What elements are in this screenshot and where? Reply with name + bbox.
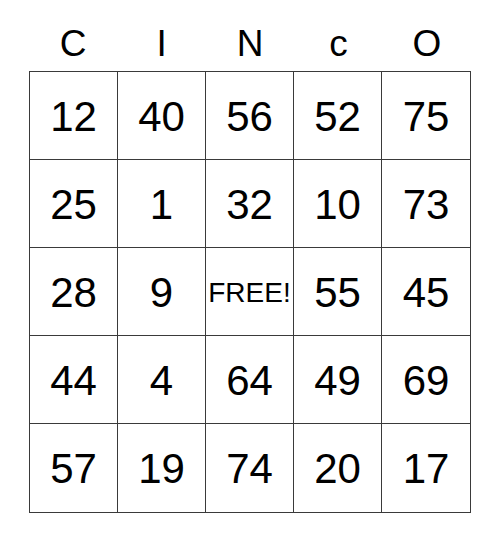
bingo-cell-r4-c1[interactable]: 44	[30, 336, 118, 424]
bingo-cell-r5-c4[interactable]: 20	[294, 424, 382, 512]
bingo-cell-r2-c3[interactable]: 32	[206, 160, 294, 248]
bingo-cell-r2-c5[interactable]: 73	[382, 160, 470, 248]
bingo-card: C I N c O 12 40 56 52 75 25 1 32 10 73 2…	[29, 0, 471, 513]
bingo-cell-r4-c5[interactable]: 69	[382, 336, 470, 424]
col-5-letter: O	[383, 25, 471, 71]
bingo-cell-r2-c2[interactable]: 1	[118, 160, 206, 248]
bingo-header-row: C I N c O	[29, 0, 471, 71]
bingo-cell-r3-c2[interactable]: 9	[118, 248, 206, 336]
bingo-cell-r5-c1[interactable]: 57	[30, 424, 118, 512]
bingo-cell-r3-c1[interactable]: 28	[30, 248, 118, 336]
bingo-cell-r2-c4[interactable]: 10	[294, 160, 382, 248]
bingo-cell-r2-c1[interactable]: 25	[30, 160, 118, 248]
bingo-cell-r3-c5[interactable]: 45	[382, 248, 470, 336]
bingo-cell-r1-c4[interactable]: 52	[294, 72, 382, 160]
bingo-cell-r3-c4[interactable]: 55	[294, 248, 382, 336]
free-cell[interactable]: FREE!	[206, 248, 294, 336]
bingo-grid: 12 40 56 52 75 25 1 32 10 73 28 9 FREE! …	[29, 71, 471, 513]
bingo-cell-r1-c3[interactable]: 56	[206, 72, 294, 160]
col-1-letter: C	[29, 25, 117, 71]
bingo-cell-r4-c3[interactable]: 64	[206, 336, 294, 424]
bingo-cell-r5-c5[interactable]: 17	[382, 424, 470, 512]
bingo-cell-r1-c2[interactable]: 40	[118, 72, 206, 160]
bingo-cell-r4-c4[interactable]: 49	[294, 336, 382, 424]
bingo-cell-r1-c5[interactable]: 75	[382, 72, 470, 160]
bingo-cell-r1-c1[interactable]: 12	[30, 72, 118, 160]
bingo-cell-r5-c2[interactable]: 19	[118, 424, 206, 512]
col-3-letter: N	[206, 25, 294, 71]
bingo-cell-r5-c3[interactable]: 74	[206, 424, 294, 512]
col-4-letter: c	[294, 25, 382, 71]
bingo-cell-r4-c2[interactable]: 4	[118, 336, 206, 424]
col-2-letter: I	[117, 25, 205, 71]
